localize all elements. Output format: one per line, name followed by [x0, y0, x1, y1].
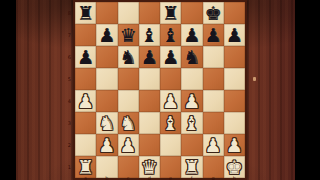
square-g4[interactable] — [203, 90, 224, 112]
piece-white-rook[interactable]: ♜ — [77, 156, 94, 177]
square-c5[interactable] — [118, 68, 139, 90]
rank-label-6: 6 — [65, 55, 71, 60]
rank-label-1: 1 — [65, 165, 71, 170]
square-f3[interactable]: ♝ — [181, 112, 202, 134]
file-label-f: f — [189, 176, 195, 180]
square-d5[interactable] — [139, 68, 160, 90]
piece-white-pawn[interactable]: ♟ — [183, 90, 200, 111]
square-a2[interactable] — [75, 134, 96, 156]
square-f5[interactable] — [181, 68, 202, 90]
square-a8[interactable]: ♜ — [75, 2, 96, 24]
piece-white-pawn[interactable]: ♟ — [226, 134, 243, 155]
square-f2[interactable] — [181, 134, 202, 156]
file-label-e: e — [168, 176, 174, 180]
square-h2[interactable]: ♟ — [224, 134, 245, 156]
piece-white-bishop[interactable]: ♝ — [162, 112, 179, 133]
board-border: ♜♜♚♟♛♝♝♟♟♟♟♞♟♟♞♟♟♟♞♞♝♝♟♟♟♟♜♛♜♚ — [73, 0, 247, 180]
piece-black-queen[interactable]: ♛ — [120, 24, 137, 45]
piece-black-pawn[interactable]: ♟ — [162, 46, 179, 67]
piece-black-knight[interactable]: ♞ — [183, 46, 200, 67]
square-d2[interactable] — [139, 134, 160, 156]
square-g2[interactable]: ♟ — [203, 134, 224, 156]
piece-white-pawn[interactable]: ♟ — [205, 134, 222, 155]
square-d4[interactable] — [139, 90, 160, 112]
letterbox-right — [295, 0, 320, 180]
piece-white-pawn[interactable]: ♟ — [77, 90, 94, 111]
board[interactable]: ♜♜♚♟♛♝♝♟♟♟♟♞♟♟♞♟♟♟♞♞♝♝♟♟♟♟♜♛♜♚ — [75, 2, 245, 178]
square-g7[interactable]: ♟ — [203, 24, 224, 46]
piece-white-knight[interactable]: ♞ — [120, 112, 137, 133]
file-label-b: b — [104, 176, 110, 180]
square-c6[interactable]: ♞ — [118, 46, 139, 68]
square-h7[interactable]: ♟ — [224, 24, 245, 46]
piece-white-pawn[interactable]: ♟ — [120, 134, 137, 155]
square-b7[interactable]: ♟ — [96, 24, 117, 46]
square-d7[interactable]: ♝ — [139, 24, 160, 46]
square-h3[interactable] — [224, 112, 245, 134]
square-d8[interactable] — [139, 2, 160, 24]
square-g3[interactable] — [203, 112, 224, 134]
square-e5[interactable] — [160, 68, 181, 90]
piece-white-king[interactable]: ♚ — [226, 156, 243, 177]
file-label-a: a — [83, 176, 89, 180]
square-h4[interactable] — [224, 90, 245, 112]
square-f6[interactable]: ♞ — [181, 46, 202, 68]
piece-black-pawn[interactable]: ♟ — [141, 46, 158, 67]
square-c7[interactable]: ♛ — [118, 24, 139, 46]
square-b2[interactable]: ♟ — [96, 134, 117, 156]
square-a7[interactable] — [75, 24, 96, 46]
square-b4[interactable] — [96, 90, 117, 112]
square-b5[interactable] — [96, 68, 117, 90]
rank-label-2: 2 — [65, 143, 71, 148]
square-b3[interactable]: ♞ — [96, 112, 117, 134]
piece-black-pawn[interactable]: ♟ — [98, 24, 115, 45]
square-e6[interactable]: ♟ — [160, 46, 181, 68]
square-g5[interactable] — [203, 68, 224, 90]
square-a6[interactable]: ♟ — [75, 46, 96, 68]
piece-black-pawn[interactable]: ♟ — [77, 46, 94, 67]
frame-speck — [253, 77, 256, 81]
piece-black-bishop[interactable]: ♝ — [162, 24, 179, 45]
square-a3[interactable] — [75, 112, 96, 134]
square-a4[interactable]: ♟ — [75, 90, 96, 112]
square-g6[interactable] — [203, 46, 224, 68]
piece-black-rook[interactable]: ♜ — [77, 2, 94, 23]
rank-label-3: 3 — [65, 121, 71, 126]
rank-label-5: 5 — [65, 77, 71, 82]
square-e2[interactable] — [160, 134, 181, 156]
piece-white-bishop[interactable]: ♝ — [183, 112, 200, 133]
square-d3[interactable] — [139, 112, 160, 134]
square-h5[interactable] — [224, 68, 245, 90]
video-frame: ♜♜♚♟♛♝♝♟♟♟♟♞♟♟♞♟♟♟♞♞♝♝♟♟♟♟♜♛♜♚ 87654321 … — [0, 0, 320, 180]
piece-black-pawn[interactable]: ♟ — [183, 24, 200, 45]
square-f7[interactable]: ♟ — [181, 24, 202, 46]
square-b8[interactable] — [96, 2, 117, 24]
square-h8[interactable] — [224, 2, 245, 24]
square-c8[interactable] — [118, 2, 139, 24]
square-e4[interactable]: ♟ — [160, 90, 181, 112]
square-e8[interactable]: ♜ — [160, 2, 181, 24]
square-e3[interactable]: ♝ — [160, 112, 181, 134]
file-label-c: c — [125, 176, 131, 180]
piece-black-pawn[interactable]: ♟ — [226, 24, 243, 45]
file-label-g: g — [210, 176, 216, 180]
square-c3[interactable]: ♞ — [118, 112, 139, 134]
square-a5[interactable] — [75, 68, 96, 90]
square-h6[interactable] — [224, 46, 245, 68]
file-label-h: h — [231, 176, 237, 180]
piece-black-rook[interactable]: ♜ — [162, 2, 179, 23]
rank-label-4: 4 — [65, 99, 71, 104]
rank-label-8: 8 — [65, 11, 71, 16]
file-label-d: d — [146, 176, 152, 180]
square-f4[interactable]: ♟ — [181, 90, 202, 112]
piece-black-bishop[interactable]: ♝ — [141, 24, 158, 45]
piece-white-pawn[interactable]: ♟ — [162, 90, 179, 111]
piece-black-knight[interactable]: ♞ — [120, 46, 137, 67]
piece-white-queen[interactable]: ♛ — [141, 156, 158, 177]
letterbox-left — [0, 0, 16, 180]
square-g8[interactable]: ♚ — [203, 2, 224, 24]
square-d6[interactable]: ♟ — [139, 46, 160, 68]
square-f8[interactable] — [181, 2, 202, 24]
piece-white-knight[interactable]: ♞ — [98, 112, 115, 133]
square-c4[interactable] — [118, 90, 139, 112]
square-c2[interactable]: ♟ — [118, 134, 139, 156]
rank-label-7: 7 — [65, 33, 71, 38]
piece-black-pawn[interactable]: ♟ — [205, 24, 222, 45]
square-e7[interactable]: ♝ — [160, 24, 181, 46]
piece-black-king[interactable]: ♚ — [205, 2, 222, 23]
piece-white-rook[interactable]: ♜ — [183, 156, 200, 177]
square-b6[interactable] — [96, 46, 117, 68]
piece-white-pawn[interactable]: ♟ — [98, 134, 115, 155]
